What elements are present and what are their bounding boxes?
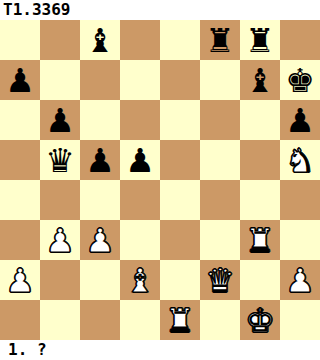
- black-queen[interactable]: ♛: [45, 144, 75, 177]
- square-f5[interactable]: [200, 140, 240, 180]
- white-pawn[interactable]: ♟: [85, 224, 115, 257]
- square-f2[interactable]: ♛: [200, 260, 240, 300]
- square-c7[interactable]: [80, 60, 120, 100]
- white-pawn[interactable]: ♟: [5, 264, 35, 297]
- square-a4[interactable]: [0, 180, 40, 220]
- black-pawn[interactable]: ♟: [285, 104, 315, 137]
- square-a7[interactable]: ♟: [0, 60, 40, 100]
- square-g1[interactable]: ♚: [240, 300, 280, 340]
- white-rook[interactable]: ♜: [245, 224, 275, 257]
- square-g5[interactable]: [240, 140, 280, 180]
- header-bar: T1.3369: [0, 0, 320, 20]
- square-f6[interactable]: [200, 100, 240, 140]
- square-c8[interactable]: ♝: [80, 20, 120, 60]
- square-b4[interactable]: [40, 180, 80, 220]
- square-a2[interactable]: ♟: [0, 260, 40, 300]
- white-pawn[interactable]: ♟: [45, 224, 75, 257]
- white-bishop[interactable]: ♝: [125, 264, 155, 297]
- chess-board: ♝♜♜♟♝♚♟♟♛♟♟♞♟♟♜♟♝♛♟♜♚: [0, 20, 320, 340]
- square-e6[interactable]: [160, 100, 200, 140]
- black-king[interactable]: ♚: [285, 64, 315, 97]
- black-rook[interactable]: ♜: [245, 24, 275, 57]
- square-c1[interactable]: [80, 300, 120, 340]
- black-pawn[interactable]: ♟: [5, 64, 35, 97]
- move-prompt-label: 1. ?: [0, 340, 47, 360]
- square-f8[interactable]: ♜: [200, 20, 240, 60]
- square-e3[interactable]: [160, 220, 200, 260]
- square-d8[interactable]: [120, 20, 160, 60]
- square-a6[interactable]: [0, 100, 40, 140]
- black-pawn[interactable]: ♟: [45, 104, 75, 137]
- square-a8[interactable]: [0, 20, 40, 60]
- square-e7[interactable]: [160, 60, 200, 100]
- square-c5[interactable]: ♟: [80, 140, 120, 180]
- black-bishop[interactable]: ♝: [85, 24, 115, 57]
- square-e1[interactable]: ♜: [160, 300, 200, 340]
- square-g4[interactable]: [240, 180, 280, 220]
- square-h1[interactable]: [280, 300, 320, 340]
- square-g6[interactable]: [240, 100, 280, 140]
- square-h8[interactable]: [280, 20, 320, 60]
- square-d5[interactable]: ♟: [120, 140, 160, 180]
- square-a1[interactable]: [0, 300, 40, 340]
- square-g2[interactable]: [240, 260, 280, 300]
- square-h5[interactable]: ♞: [280, 140, 320, 180]
- black-rook[interactable]: ♜: [205, 24, 235, 57]
- square-e4[interactable]: [160, 180, 200, 220]
- square-f3[interactable]: [200, 220, 240, 260]
- square-d3[interactable]: [120, 220, 160, 260]
- square-c3[interactable]: ♟: [80, 220, 120, 260]
- square-f1[interactable]: [200, 300, 240, 340]
- square-g8[interactable]: ♜: [240, 20, 280, 60]
- square-b5[interactable]: ♛: [40, 140, 80, 180]
- square-f4[interactable]: [200, 180, 240, 220]
- white-queen[interactable]: ♛: [205, 264, 235, 297]
- square-b1[interactable]: [40, 300, 80, 340]
- square-h6[interactable]: ♟: [280, 100, 320, 140]
- white-rook[interactable]: ♜: [165, 304, 195, 337]
- square-b7[interactable]: [40, 60, 80, 100]
- square-e5[interactable]: [160, 140, 200, 180]
- square-d7[interactable]: [120, 60, 160, 100]
- square-h3[interactable]: [280, 220, 320, 260]
- square-c6[interactable]: [80, 100, 120, 140]
- square-b3[interactable]: ♟: [40, 220, 80, 260]
- square-d6[interactable]: [120, 100, 160, 140]
- square-a5[interactable]: [0, 140, 40, 180]
- square-b6[interactable]: ♟: [40, 100, 80, 140]
- square-b2[interactable]: [40, 260, 80, 300]
- white-knight[interactable]: ♞: [285, 144, 315, 177]
- square-b8[interactable]: [40, 20, 80, 60]
- black-bishop[interactable]: ♝: [245, 64, 275, 97]
- black-pawn[interactable]: ♟: [125, 144, 155, 177]
- square-d2[interactable]: ♝: [120, 260, 160, 300]
- square-c2[interactable]: [80, 260, 120, 300]
- square-h2[interactable]: ♟: [280, 260, 320, 300]
- square-g7[interactable]: ♝: [240, 60, 280, 100]
- square-a3[interactable]: [0, 220, 40, 260]
- square-c4[interactable]: [80, 180, 120, 220]
- white-pawn[interactable]: ♟: [285, 264, 315, 297]
- square-d4[interactable]: [120, 180, 160, 220]
- square-e2[interactable]: [160, 260, 200, 300]
- footer-bar: 1. ?: [0, 340, 320, 360]
- square-d1[interactable]: [120, 300, 160, 340]
- puzzle-id-label: T1.3369: [0, 0, 70, 20]
- square-h7[interactable]: ♚: [280, 60, 320, 100]
- square-f7[interactable]: [200, 60, 240, 100]
- square-g3[interactable]: ♜: [240, 220, 280, 260]
- square-e8[interactable]: [160, 20, 200, 60]
- black-pawn[interactable]: ♟: [85, 144, 115, 177]
- chess-app-window: { "game": "chess", "header": { "title": …: [0, 0, 320, 360]
- square-h4[interactable]: [280, 180, 320, 220]
- white-king[interactable]: ♚: [245, 304, 275, 337]
